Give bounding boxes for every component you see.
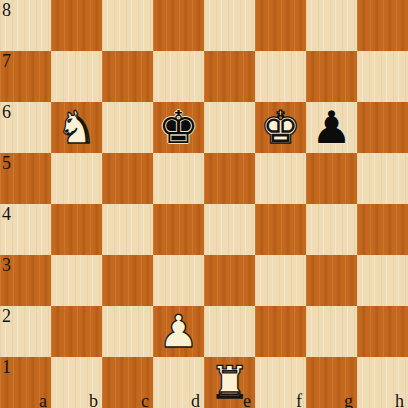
file-label-d: d (191, 392, 200, 408)
rank-label-6: 6 (2, 103, 11, 121)
square-g4[interactable] (306, 204, 357, 255)
square-a3[interactable]: 3 (0, 255, 51, 306)
square-c4[interactable] (102, 204, 153, 255)
square-f4[interactable] (255, 204, 306, 255)
square-a1[interactable]: 1a (0, 357, 51, 408)
square-d3[interactable] (153, 255, 204, 306)
piece-black-king[interactable]: ♚ (153, 102, 204, 153)
rank-label-4: 4 (2, 205, 11, 223)
file-label-b: b (89, 392, 98, 408)
square-d1[interactable]: d (153, 357, 204, 408)
square-d6[interactable]: ♚ (153, 102, 204, 153)
square-h1[interactable]: h (357, 357, 408, 408)
square-h8[interactable] (357, 0, 408, 51)
square-f8[interactable] (255, 0, 306, 51)
square-b7[interactable] (51, 51, 102, 102)
square-f6[interactable]: ♚ (255, 102, 306, 153)
square-f1[interactable]: f (255, 357, 306, 408)
square-b2[interactable] (51, 306, 102, 357)
square-c5[interactable] (102, 153, 153, 204)
square-f7[interactable] (255, 51, 306, 102)
square-a4[interactable]: 4 (0, 204, 51, 255)
square-c8[interactable] (102, 0, 153, 51)
square-b6[interactable]: ♞ (51, 102, 102, 153)
rank-label-5: 5 (2, 154, 11, 172)
square-b8[interactable] (51, 0, 102, 51)
square-h5[interactable] (357, 153, 408, 204)
square-b1[interactable]: b (51, 357, 102, 408)
file-label-f: f (296, 392, 302, 408)
square-e3[interactable] (204, 255, 255, 306)
square-a8[interactable]: 8 (0, 0, 51, 51)
square-c6[interactable] (102, 102, 153, 153)
square-c7[interactable] (102, 51, 153, 102)
square-e2[interactable] (204, 306, 255, 357)
square-g6[interactable]: ♟ (306, 102, 357, 153)
square-e8[interactable] (204, 0, 255, 51)
square-b4[interactable] (51, 204, 102, 255)
square-d4[interactable] (153, 204, 204, 255)
rank-label-1: 1 (2, 358, 11, 376)
piece-white-king[interactable]: ♚ (255, 102, 306, 153)
square-g7[interactable] (306, 51, 357, 102)
rank-label-3: 3 (2, 256, 11, 274)
square-g2[interactable] (306, 306, 357, 357)
square-g1[interactable]: g (306, 357, 357, 408)
square-g5[interactable] (306, 153, 357, 204)
square-a2[interactable]: 2 (0, 306, 51, 357)
piece-white-pawn[interactable]: ♟ (153, 306, 204, 357)
rank-label-8: 8 (2, 1, 11, 19)
file-label-c: c (141, 392, 149, 408)
file-label-a: a (39, 392, 47, 408)
square-g8[interactable] (306, 0, 357, 51)
square-d5[interactable] (153, 153, 204, 204)
square-c2[interactable] (102, 306, 153, 357)
piece-white-rook[interactable]: ♜ (204, 357, 255, 408)
file-label-h: h (395, 392, 404, 408)
square-f2[interactable] (255, 306, 306, 357)
rank-label-7: 7 (2, 52, 11, 70)
square-d8[interactable] (153, 0, 204, 51)
square-c3[interactable] (102, 255, 153, 306)
square-e7[interactable] (204, 51, 255, 102)
square-b3[interactable] (51, 255, 102, 306)
square-h3[interactable] (357, 255, 408, 306)
chess-board: 876♞♚♚♟5432♟1abcde♜fgh (0, 0, 408, 408)
file-label-g: g (344, 392, 353, 408)
square-e4[interactable] (204, 204, 255, 255)
rank-label-2: 2 (2, 307, 11, 325)
piece-black-pawn[interactable]: ♟ (306, 102, 357, 153)
square-h4[interactable] (357, 204, 408, 255)
square-e5[interactable] (204, 153, 255, 204)
square-a6[interactable]: 6 (0, 102, 51, 153)
square-d2[interactable]: ♟ (153, 306, 204, 357)
square-d7[interactable] (153, 51, 204, 102)
square-g3[interactable] (306, 255, 357, 306)
square-b5[interactable] (51, 153, 102, 204)
square-f3[interactable] (255, 255, 306, 306)
square-e6[interactable] (204, 102, 255, 153)
square-h2[interactable] (357, 306, 408, 357)
piece-white-knight[interactable]: ♞ (51, 102, 102, 153)
square-h6[interactable] (357, 102, 408, 153)
square-f5[interactable] (255, 153, 306, 204)
square-a7[interactable]: 7 (0, 51, 51, 102)
square-c1[interactable]: c (102, 357, 153, 408)
square-h7[interactable] (357, 51, 408, 102)
square-a5[interactable]: 5 (0, 153, 51, 204)
square-e1[interactable]: e♜ (204, 357, 255, 408)
